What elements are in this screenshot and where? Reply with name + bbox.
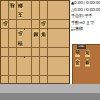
star-point bbox=[24, 28, 25, 29]
piece-5d-silver[interactable]: 銀 bbox=[33, 30, 39, 38]
window-frame bbox=[0, 93, 100, 100]
star-point bbox=[47, 56, 48, 57]
info-line-1: △0:00 / 0:00:00 bbox=[71, 6, 100, 12]
star-point bbox=[24, 56, 25, 57]
piece-7e-knight[interactable]: 桂 bbox=[17, 39, 23, 47]
hand-piece-silver[interactable]: 銀 bbox=[85, 59, 91, 67]
shogi-board[interactable]: 桂銀玉歩歩歩銀角桂 bbox=[0, 0, 70, 84]
piece-4d-bishop[interactable]: 角 bbox=[40, 30, 46, 38]
status-bar bbox=[0, 84, 100, 93]
captured-pieces-tray: 持駒 飛角金銀 bbox=[72, 44, 100, 85]
hand-piece-rook[interactable]: 飛 bbox=[75, 49, 81, 57]
piece-7d-pawn[interactable]: 歩 bbox=[17, 30, 23, 38]
piece-7a-silver[interactable]: 銀 bbox=[17, 2, 23, 10]
info-line-0: ▲0:00 / 0:00:00 bbox=[71, 0, 100, 6]
star-point bbox=[47, 28, 48, 29]
hand-piece-bishop[interactable]: 角 bbox=[85, 49, 91, 57]
info-line-4: 詰将棋 bbox=[71, 26, 100, 32]
hand-piece-gold[interactable]: 金 bbox=[75, 59, 81, 67]
hand-label: 持駒 bbox=[77, 45, 86, 49]
piece-4c-pawn[interactable]: 歩 bbox=[40, 20, 46, 28]
piece-9c-pawn[interactable]: 歩 bbox=[2, 20, 8, 28]
app-window: 桂銀玉歩歩歩銀角桂 ▲0:00 / 0:00:00△0:00 / 0:00:00… bbox=[0, 0, 100, 100]
piece-7b-king[interactable]: 玉 bbox=[17, 11, 23, 19]
piece-8a-knight[interactable]: 桂 bbox=[9, 2, 15, 10]
